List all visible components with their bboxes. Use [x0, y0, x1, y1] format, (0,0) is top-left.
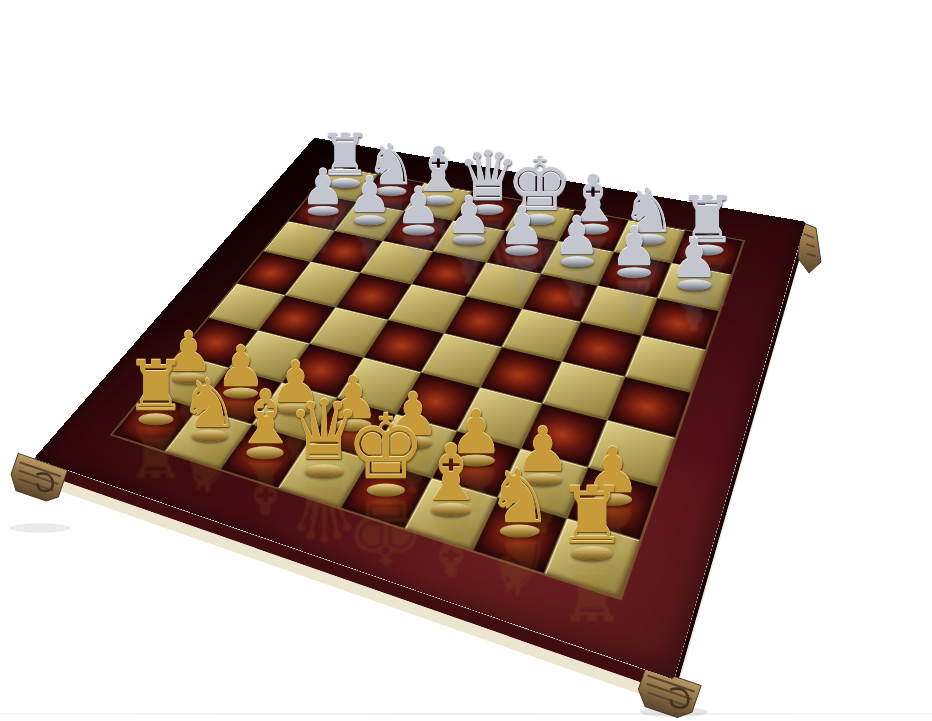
piece-reflection: ♟ [347, 218, 392, 268]
black-pawn-f7[interactable]: ♟♟ [553, 210, 600, 263]
pawn-glyph: ♟ [446, 190, 492, 241]
piece-reflection: ♝ [416, 508, 486, 586]
black-pawn-g7[interactable]: ♟♟ [610, 221, 658, 275]
black-pawn-d7[interactable]: ♟♟ [446, 190, 492, 241]
white-knight-b1[interactable]: ♞♞ [179, 370, 240, 438]
pawn-glyph: ♟ [669, 232, 718, 287]
piece-reflection: ♟ [610, 271, 658, 325]
pawn-glyph: ♟ [301, 163, 345, 212]
black-pawn-b7[interactable]: ♟♟ [347, 171, 392, 221]
white-rook-a1[interactable]: ♜♜ [125, 352, 187, 421]
piece-reflection: ♟ [498, 249, 545, 301]
chess-set-product-photo: ♜♜♞♞♝♝♛♛♚♚♝♝♞♞♜♜♟♟♟♟♟♟♟♟♟♟♟♟♟♟♟♟♟♟♟♟♟♟♟♟… [0, 0, 932, 721]
white-bishop-f1[interactable]: ♝♝ [416, 434, 486, 512]
bishop-glyph: ♝ [416, 434, 486, 512]
pawn-glyph: ♟ [347, 171, 392, 221]
white-knight-g1[interactable]: ♞♞ [486, 459, 553, 533]
piece-reflection: ♟ [446, 238, 492, 289]
pawn-glyph: ♟ [610, 221, 658, 275]
piece-reflection: ♞ [486, 529, 553, 603]
piece-reflection: ♞ [179, 433, 240, 501]
piece-reflection: ♚ [346, 487, 426, 576]
black-pawn-e7[interactable]: ♟♟ [498, 200, 545, 252]
piece-reflection: ♜ [125, 417, 187, 486]
black-pawn-h7[interactable]: ♟♟ [669, 232, 718, 287]
black-pawn-a7[interactable]: ♟♟ [301, 163, 345, 212]
pawn-glyph: ♟ [396, 181, 441, 232]
black-pawn-c7[interactable]: ♟♟ [396, 181, 441, 232]
knight-glyph: ♞ [179, 370, 240, 438]
rook-glyph: ♜ [125, 352, 187, 421]
rook-glyph: ♜ [557, 477, 628, 556]
knight-glyph: ♞ [486, 459, 553, 533]
piece-reflection: ♟ [301, 209, 345, 258]
pawn-glyph: ♟ [553, 210, 600, 263]
piece-reflection: ♟ [553, 260, 600, 313]
piece-reflection: ♟ [396, 228, 441, 279]
piece-reflection: ♟ [669, 283, 718, 338]
white-king-e1[interactable]: ♚♚ [346, 403, 426, 492]
king-glyph: ♚ [346, 403, 426, 492]
white-rook-h1[interactable]: ♜♜ [557, 477, 628, 556]
pieces-layer: ♜♜♞♞♝♝♛♛♚♚♝♝♞♞♜♜♟♟♟♟♟♟♟♟♟♟♟♟♟♟♟♟♟♟♟♟♟♟♟♟… [0, 0, 932, 721]
piece-reflection: ♜ [557, 551, 628, 630]
pawn-glyph: ♟ [498, 200, 545, 252]
